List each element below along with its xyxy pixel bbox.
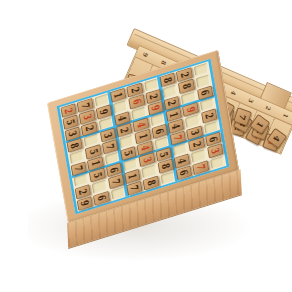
tile-digit: 7 [80,101,91,109]
tile-digit: 8 [181,82,192,90]
tray-slot-label: 1 [282,113,290,120]
tile-digit: 4 [170,122,181,130]
tray-slot-label: 4 [230,90,238,97]
tray-slot-label: 9 [142,52,150,59]
tile-digit: 3 [210,147,221,155]
tile-digit: 8 [146,179,157,187]
tile-digit: 5 [88,148,99,156]
number-tile[interactable]: 7 [192,160,209,175]
tile-digit: 4 [135,121,146,129]
tile-digit: 5 [158,150,169,158]
tile-digit: 1 [127,172,138,180]
tile-digit: 2 [204,112,215,120]
tile-digit: 3 [141,156,152,164]
tile-digit: 1 [113,91,124,99]
tile-digit: 3 [82,113,93,121]
tile-digit: 6 [199,89,210,97]
tile-digit: 7 [195,163,206,171]
tile-digit: 8 [69,141,80,149]
tile-digit: 2 [63,106,74,114]
tile-digit: 4 [272,134,282,143]
tile-digit: 6 [108,166,119,174]
tile-digit: 2 [77,188,88,196]
tile-digit: 1 [90,159,101,167]
tile-digit: 5 [92,171,103,179]
number-tile[interactable]: 8 [143,175,160,190]
tile-digit: 1 [168,111,179,119]
tile-digit: 9 [185,105,196,113]
tile-digit: 8 [162,76,173,84]
tray-slot-label: 3 [247,98,255,105]
tile-digit: 5 [65,118,76,126]
tile-digit: 7 [73,164,84,172]
tile-digit: 4 [139,144,150,152]
cell-pocket [210,156,225,169]
tile-digit: 7 [238,113,247,121]
tile-digit: 2 [129,86,140,94]
tile-digit: 3 [102,131,113,139]
tile-digit: 3 [67,130,78,138]
tray-slot-label: 2 [265,105,273,112]
tile-digit: 7 [110,177,121,185]
tile-digit: 1 [255,120,265,129]
tile-digit: 2 [119,126,130,134]
tile-digit: 7 [129,184,140,192]
tile-digit: 8 [160,162,171,170]
tile-digit: 2 [148,92,159,100]
tile-digit: 1 [137,132,148,140]
tile-digit: 7 [104,143,115,151]
product-photo-scene: 987654321 695272732414223772114 27128253… [0,0,292,292]
tile-digit: 2 [84,125,95,133]
tile-digit: 2 [179,71,190,79]
tile-digit: 9 [150,104,161,112]
tile-digit: 3 [189,129,200,137]
tile-digit: 9 [79,199,90,207]
tile-digit: 7 [173,134,184,142]
tile-digit: 6 [131,98,142,106]
number-tile[interactable]: 6 [93,191,110,206]
tile-digit: 9 [98,108,109,116]
tile-digit: 4 [177,157,188,165]
tile-digit: 5 [123,149,134,157]
tile-digit: 2 [191,140,202,148]
tile-digit: 6 [179,169,190,177]
tile-digit: 6 [96,194,107,202]
tile-digit: 2 [166,99,177,107]
tile-digit: 6 [208,135,219,143]
tile-digit: 6 [154,127,165,135]
tile-digit: 4 [117,114,128,122]
